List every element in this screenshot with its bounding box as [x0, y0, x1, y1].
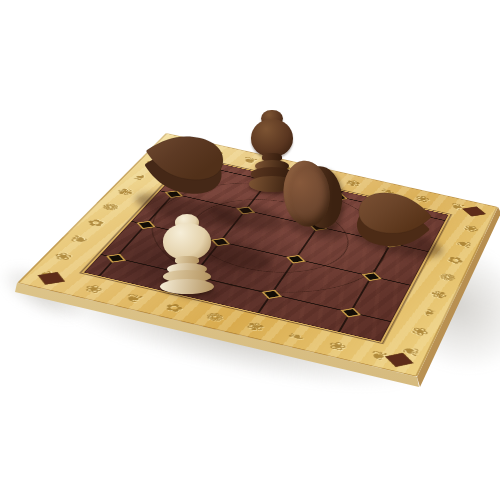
- capstone-bulb: [251, 119, 292, 157]
- capstone-bulb: [163, 223, 212, 260]
- chocolate-standing-stone[interactable]: [280, 157, 345, 237]
- grid-intersection-diamond: [106, 253, 126, 262]
- cream-capstone[interactable]: [160, 214, 214, 294]
- grid-intersection-diamond: [362, 272, 382, 281]
- capstone-ring3: [160, 279, 214, 294]
- grid-intersection-diamond: [340, 307, 361, 317]
- scene: ❧ ❀ ❦ ✿ ❁ ✾ ❧ ❀ ❦ ✿ ❁ ✾ ❧ ❀ ❦ ✿ ❁ ✾ ❧ ❀ …: [0, 0, 500, 500]
- chocolate-flat-right[interactable]: [346, 184, 441, 256]
- teardrop-stone-shape: [346, 184, 441, 256]
